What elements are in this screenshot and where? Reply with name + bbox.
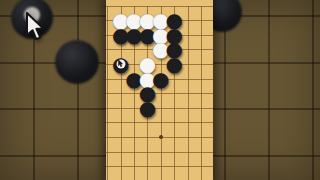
background-black-stone xyxy=(55,40,99,84)
go-board[interactable]: ●●●●●●●●●●●●●●●●●●●● xyxy=(106,0,213,180)
grid-line-h xyxy=(106,6,213,7)
grid-line-h xyxy=(106,93,213,94)
grid-line-h xyxy=(106,108,213,109)
mouse-cursor-icon xyxy=(24,12,46,46)
background-grid-line-v xyxy=(268,0,270,180)
go-stone-black: ● xyxy=(139,100,155,116)
background-grid-line-v xyxy=(77,0,79,180)
mouse-cursor-small xyxy=(116,59,125,68)
grid-line-h xyxy=(106,166,213,167)
grid-line-h xyxy=(106,122,213,123)
star-point xyxy=(159,135,163,139)
video-frame: ●●●●●●●●●●●●●●●●●●●● xyxy=(0,0,320,180)
background-grid-line-v xyxy=(312,0,314,180)
grid-line-h xyxy=(106,152,213,153)
